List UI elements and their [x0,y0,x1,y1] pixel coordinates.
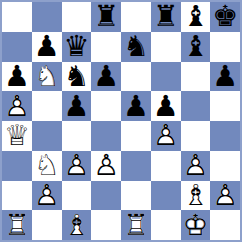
square-d3[interactable]: ♟♙ [91,151,121,181]
square-d7[interactable] [91,32,121,62]
piece-outline-layer: ♖ [2,210,32,240]
piece-glyph: ♞ [62,62,92,92]
piece-glyph: ♟ [2,62,32,92]
square-a1[interactable]: ♜♖ [2,210,32,240]
square-a7[interactable] [2,32,32,62]
white-queen: ♛♕ [2,121,32,151]
white-pawn: ♟♙ [32,181,62,211]
square-b5[interactable] [32,91,62,121]
piece-glyph: ♜ [91,2,121,32]
square-g8[interactable]: ♝ [181,2,211,32]
white-pawn: ♟♙ [151,121,181,151]
square-h1[interactable] [210,210,240,240]
square-g5[interactable] [181,91,211,121]
square-f6[interactable] [151,62,181,92]
piece-outline-layer: ♕ [2,121,32,151]
square-b1[interactable] [32,210,62,240]
piece-outline-layer: ♔ [181,210,211,240]
black-pawn: ♟ [151,91,181,121]
square-g4[interactable] [181,121,211,151]
black-pawn: ♟ [2,62,32,92]
square-f8[interactable]: ♜ [151,2,181,32]
square-a4[interactable]: ♛♕ [2,121,32,151]
black-pawn: ♟ [210,62,240,92]
chess-board-container: ♜♜♝♚♟♛♞♝♟♞♘♞♟♟♟♙♟♟♟♛♕♟♙♞♘♟♙♟♙♟♙♟♙♝♗♟♙♜♖♝… [0,0,242,242]
square-b7[interactable]: ♟ [32,32,62,62]
white-knight: ♞♘ [32,151,62,181]
white-bishop: ♝♗ [62,210,92,240]
square-d4[interactable] [91,121,121,151]
square-a8[interactable] [2,2,32,32]
square-b8[interactable] [32,2,62,32]
white-pawn: ♟♙ [2,91,32,121]
square-b4[interactable] [32,121,62,151]
white-pawn: ♟♙ [210,181,240,211]
square-c8[interactable] [62,2,92,32]
white-rook: ♜♖ [121,210,151,240]
white-pawn: ♟♙ [181,151,211,181]
square-g2[interactable]: ♝♗ [181,181,211,211]
piece-outline-layer: ♙ [210,181,240,211]
square-f5[interactable]: ♟ [151,91,181,121]
square-e6[interactable] [121,62,151,92]
piece-glyph: ♟ [121,91,151,121]
square-d1[interactable] [91,210,121,240]
square-d5[interactable] [91,91,121,121]
piece-outline-layer: ♙ [91,151,121,181]
black-rook: ♜ [151,2,181,32]
square-h6[interactable]: ♟ [210,62,240,92]
square-c6[interactable]: ♞ [62,62,92,92]
square-a3[interactable] [2,151,32,181]
square-d8[interactable]: ♜ [91,2,121,32]
square-e4[interactable] [121,121,151,151]
square-d2[interactable] [91,181,121,211]
piece-outline-layer: ♘ [32,151,62,181]
square-h5[interactable] [210,91,240,121]
square-b3[interactable]: ♞♘ [32,151,62,181]
white-king: ♚♔ [181,210,211,240]
piece-outline-layer: ♙ [62,151,92,181]
square-e3[interactable] [121,151,151,181]
white-knight: ♞♘ [32,62,62,92]
square-c5[interactable]: ♟ [62,91,92,121]
black-queen: ♛ [62,32,92,62]
piece-glyph: ♚ [210,2,240,32]
black-knight: ♞ [121,32,151,62]
square-a6[interactable]: ♟ [2,62,32,92]
square-c7[interactable]: ♛ [62,32,92,62]
piece-outline-layer: ♙ [32,181,62,211]
square-c1[interactable]: ♝♗ [62,210,92,240]
square-a5[interactable]: ♟♙ [2,91,32,121]
square-g1[interactable]: ♚♔ [181,210,211,240]
piece-glyph: ♟ [62,91,92,121]
black-king: ♚ [210,2,240,32]
piece-outline-layer: ♗ [62,210,92,240]
square-f3[interactable] [151,151,181,181]
square-h4[interactable] [210,121,240,151]
piece-glyph: ♟ [151,91,181,121]
square-d6[interactable]: ♟ [91,62,121,92]
square-h8[interactable]: ♚ [210,2,240,32]
square-h3[interactable] [210,151,240,181]
piece-outline-layer: ♙ [151,121,181,151]
black-rook: ♜ [91,2,121,32]
piece-glyph: ♜ [151,2,181,32]
chess-board: ♜♜♝♚♟♛♞♝♟♞♘♞♟♟♟♙♟♟♟♛♕♟♙♞♘♟♙♟♙♟♙♟♙♝♗♟♙♜♖♝… [0,0,242,242]
white-bishop: ♝♗ [181,181,211,211]
piece-outline-layer: ♙ [2,91,32,121]
square-c4[interactable] [62,121,92,151]
square-g3[interactable]: ♟♙ [181,151,211,181]
square-e1[interactable]: ♜♖ [121,210,151,240]
square-e7[interactable]: ♞ [121,32,151,62]
square-h2[interactable]: ♟♙ [210,181,240,211]
square-h7[interactable] [210,32,240,62]
black-bishop: ♝ [181,2,211,32]
square-a2[interactable] [2,181,32,211]
square-g6[interactable] [181,62,211,92]
black-bishop: ♝ [181,32,211,62]
black-pawn: ♟ [62,91,92,121]
piece-outline-layer: ♘ [32,62,62,92]
piece-glyph: ♛ [62,32,92,62]
white-pawn: ♟♙ [91,151,121,181]
square-f7[interactable] [151,32,181,62]
piece-glyph: ♝ [181,2,211,32]
piece-outline-layer: ♖ [121,210,151,240]
square-g7[interactable]: ♝ [181,32,211,62]
piece-glyph: ♞ [121,32,151,62]
square-e5[interactable]: ♟ [121,91,151,121]
square-c2[interactable] [62,181,92,211]
black-pawn: ♟ [32,32,62,62]
white-rook: ♜♖ [2,210,32,240]
piece-glyph: ♝ [181,32,211,62]
square-c3[interactable]: ♟♙ [62,151,92,181]
square-e2[interactable] [121,181,151,211]
piece-glyph: ♟ [32,32,62,62]
square-e8[interactable] [121,2,151,32]
black-knight: ♞ [62,62,92,92]
square-f2[interactable] [151,181,181,211]
piece-glyph: ♟ [210,62,240,92]
black-pawn: ♟ [121,91,151,121]
piece-outline-layer: ♙ [181,151,211,181]
square-f4[interactable]: ♟♙ [151,121,181,151]
square-b2[interactable]: ♟♙ [32,181,62,211]
black-pawn: ♟ [91,62,121,92]
white-pawn: ♟♙ [62,151,92,181]
square-b6[interactable]: ♞♘ [32,62,62,92]
piece-glyph: ♟ [91,62,121,92]
square-f1[interactable] [151,210,181,240]
piece-outline-layer: ♗ [181,181,211,211]
